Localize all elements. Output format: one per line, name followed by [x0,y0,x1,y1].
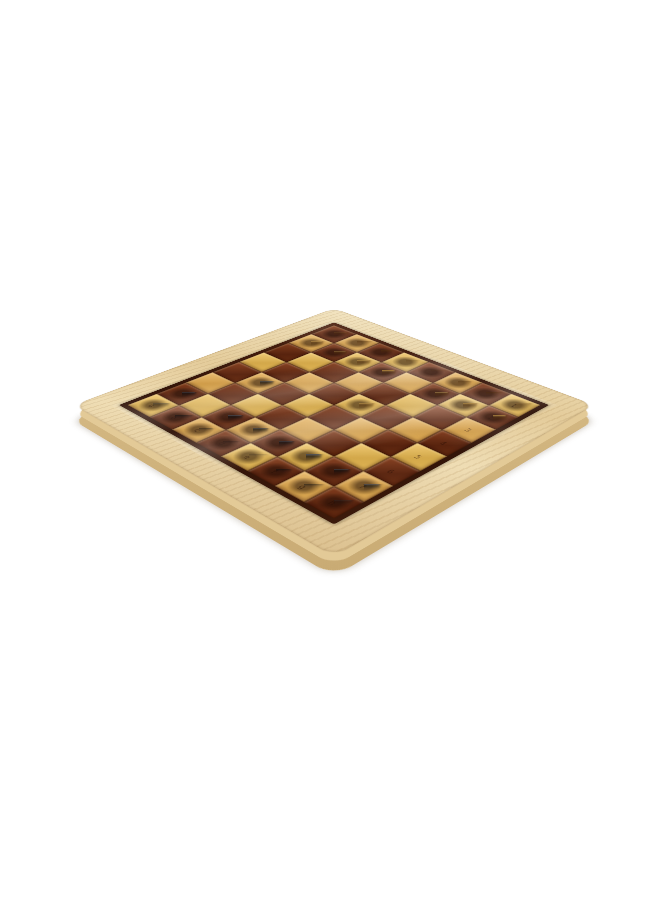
black-r-glyph: ♜ [281,450,387,507]
gold-p-glyph: ♟ [315,369,405,409]
piece-wp-e4[interactable]: ♟ [334,394,386,417]
chessboard-scene: 1234567abcdefgh ♜♞♝♛♚♝♞♜♟♟♟♟♟♟♟♟♜♞♝♛♚♝♞♜… [0,0,660,900]
chess-board: 1234567abcdefgh ♜♞♝♛♚♝♞♜♟♟♟♟♟♟♟♟♜♞♝♛♚♝♞♜… [74,308,594,556]
gold-p-glyph: ♟ [446,380,538,421]
product-photo: 1234567abcdefgh ♜♞♝♛♚♝♞♜♟♟♟♟♟♟♟♟♜♞♝♛♚♝♞♜… [0,0,660,900]
